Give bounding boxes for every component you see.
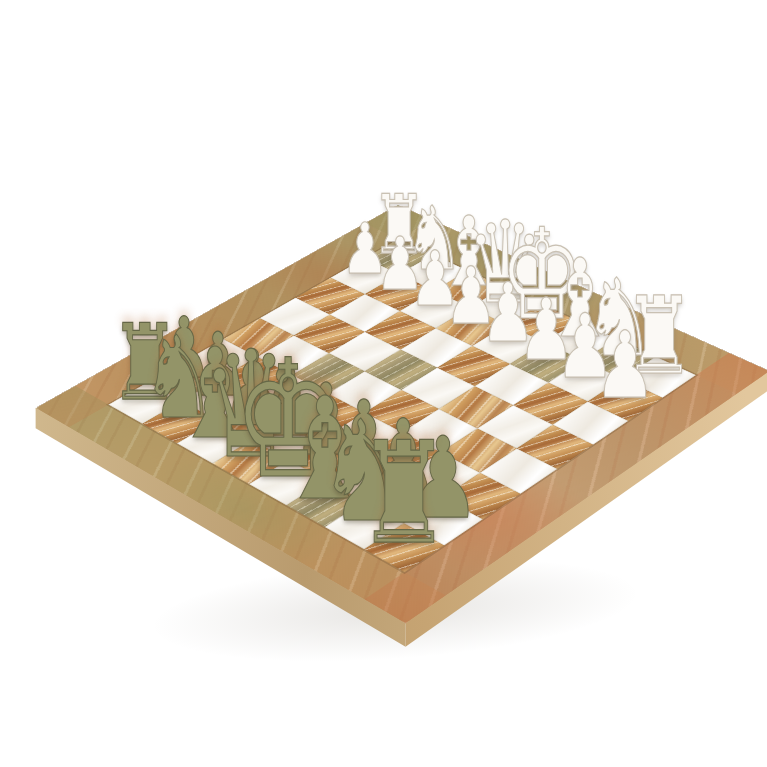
chess-board (36, 205, 767, 624)
chess-set-photo: ♜♞♝♛♚♝♞♜♟♟♟♟♟♟♟♟♟♟♟♟♟♟♟♟♜♞♝♛♚♝♞♜ (0, 0, 767, 767)
board-grid (109, 239, 696, 572)
board-rotor (0, 0, 767, 767)
